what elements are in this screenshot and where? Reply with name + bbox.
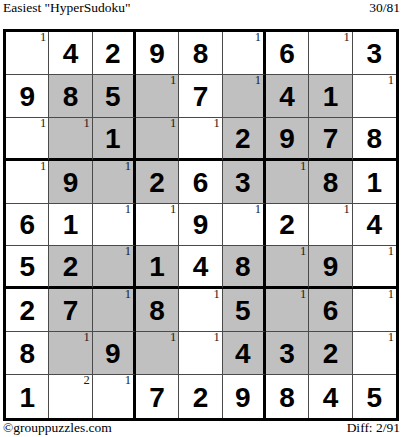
given-digit: 7 bbox=[149, 384, 165, 412]
pencil-mark: 1 bbox=[388, 330, 394, 344]
pencil-mark: 1 bbox=[343, 30, 349, 44]
cell-r9c6[interactable]: 9 bbox=[223, 375, 266, 418]
cell-r8c4[interactable]: 1 bbox=[136, 332, 179, 375]
given-digit: 8 bbox=[19, 340, 35, 368]
given-digit: 7 bbox=[323, 125, 339, 153]
pencil-mark: 1 bbox=[213, 330, 219, 344]
cell-r8c3[interactable]: 9 bbox=[93, 332, 136, 375]
cell-r1c2[interactable]: 4 bbox=[49, 32, 92, 75]
cell-r5c6[interactable]: 1 bbox=[223, 204, 266, 247]
cell-r3c2[interactable]: 1 bbox=[49, 118, 92, 161]
difficulty-label: Diff: 2/91 bbox=[347, 421, 400, 435]
cell-r2c9[interactable]: 1 bbox=[353, 75, 396, 118]
given-digit: 3 bbox=[235, 169, 251, 197]
pencil-mark: 1 bbox=[213, 287, 219, 301]
pencil-mark: 1 bbox=[125, 244, 131, 258]
cell-r4c8[interactable]: 8 bbox=[309, 161, 352, 204]
cell-r5c1[interactable]: 6 bbox=[6, 204, 49, 247]
cell-r1c3[interactable]: 2 bbox=[93, 32, 136, 75]
pencil-mark: 1 bbox=[83, 330, 89, 344]
given-digit: 1 bbox=[19, 384, 35, 412]
pencil-mark: 1 bbox=[83, 116, 89, 130]
cell-r8c2[interactable]: 1 bbox=[49, 332, 92, 375]
site-name: grouppuzzles.com bbox=[13, 420, 112, 435]
cell-r7c4[interactable]: 8 bbox=[136, 289, 179, 332]
pencil-mark: 1 bbox=[170, 330, 176, 344]
given-digit: 5 bbox=[367, 384, 383, 412]
cell-r8c1[interactable]: 8 bbox=[6, 332, 49, 375]
given-digit: 1 bbox=[63, 211, 79, 239]
cell-r8c6[interactable]: 4 bbox=[223, 332, 266, 375]
cell-r6c5[interactable]: 4 bbox=[179, 246, 222, 289]
cell-r9c8[interactable]: 4 bbox=[309, 375, 352, 418]
given-digit: 1 bbox=[149, 253, 165, 281]
sudoku-board: 1429816139851714111111129781912631816111… bbox=[3, 29, 399, 421]
cell-r9c2[interactable]: 2 bbox=[49, 375, 92, 418]
given-digit: 6 bbox=[323, 297, 339, 325]
given-digit: 4 bbox=[63, 40, 79, 68]
cell-r7c1[interactable]: 2 bbox=[6, 289, 49, 332]
cell-r9c1[interactable]: 1 bbox=[6, 375, 49, 418]
cell-r5c4[interactable]: 1 bbox=[136, 204, 179, 247]
given-digit: 9 bbox=[63, 169, 79, 197]
cell-r7c3[interactable]: 1 bbox=[93, 289, 136, 332]
cell-r4c3[interactable]: 1 bbox=[93, 161, 136, 204]
pencil-mark: 1 bbox=[125, 287, 131, 301]
cell-r7c8[interactable]: 6 bbox=[309, 289, 352, 332]
given-digit: 4 bbox=[323, 384, 339, 412]
given-digit: 4 bbox=[193, 253, 209, 281]
given-digit: 5 bbox=[235, 297, 251, 325]
given-digit: 4 bbox=[279, 83, 295, 111]
pencil-mark: 1 bbox=[300, 159, 306, 173]
given-digit: 9 bbox=[193, 211, 209, 239]
given-digit: 8 bbox=[235, 253, 251, 281]
cell-r2c3[interactable]: 5 bbox=[93, 75, 136, 118]
cell-r8c8[interactable]: 2 bbox=[309, 332, 352, 375]
cell-r4c1[interactable]: 1 bbox=[6, 161, 49, 204]
given-digit: 7 bbox=[63, 297, 79, 325]
pencil-mark: 1 bbox=[255, 30, 261, 44]
cell-r5c3[interactable]: 1 bbox=[93, 204, 136, 247]
cell-r6c3[interactable]: 1 bbox=[93, 246, 136, 289]
cell-r7c5[interactable]: 1 bbox=[179, 289, 222, 332]
cell-r4c9[interactable]: 1 bbox=[353, 161, 396, 204]
given-digit: 8 bbox=[323, 169, 339, 197]
cell-r3c9[interactable]: 8 bbox=[353, 118, 396, 161]
pencil-mark: 1 bbox=[170, 73, 176, 87]
cell-r1c4[interactable]: 9 bbox=[136, 32, 179, 75]
pencil-mark: 1 bbox=[40, 30, 46, 44]
pencil-mark: 1 bbox=[300, 244, 306, 258]
cell-r4c7[interactable]: 1 bbox=[266, 161, 309, 204]
given-digit: 3 bbox=[279, 340, 295, 368]
given-digit: 1 bbox=[323, 83, 339, 111]
given-digit: 5 bbox=[19, 253, 35, 281]
given-digit: 6 bbox=[193, 169, 209, 197]
cell-r6c6[interactable]: 8 bbox=[223, 246, 266, 289]
pencil-mark: 1 bbox=[40, 159, 46, 173]
given-digit: 8 bbox=[279, 384, 295, 412]
pencil-mark: 1 bbox=[388, 287, 394, 301]
cell-r4c5[interactable]: 6 bbox=[179, 161, 222, 204]
cell-r2c8[interactable]: 1 bbox=[309, 75, 352, 118]
given-digit: 9 bbox=[105, 340, 121, 368]
cell-r3c7[interactable]: 9 bbox=[266, 118, 309, 161]
given-digit: 2 bbox=[235, 125, 251, 153]
cell-r6c2[interactable]: 2 bbox=[49, 246, 92, 289]
given-digit: 2 bbox=[149, 169, 165, 197]
cell-r3c4[interactable]: 1 bbox=[136, 118, 179, 161]
pencil-mark: 1 bbox=[125, 159, 131, 173]
cell-r5c5[interactable]: 9 bbox=[179, 204, 222, 247]
copyright-icon: © bbox=[3, 420, 13, 435]
cell-r5c2[interactable]: 1 bbox=[49, 204, 92, 247]
cell-r5c7[interactable]: 2 bbox=[266, 204, 309, 247]
cell-r4c2[interactable]: 9 bbox=[49, 161, 92, 204]
given-digit: 7 bbox=[193, 83, 209, 111]
pencil-mark: 1 bbox=[125, 202, 131, 216]
cell-r2c1[interactable]: 9 bbox=[6, 75, 49, 118]
cell-r8c9[interactable]: 1 bbox=[353, 332, 396, 375]
cell-r2c5[interactable]: 7 bbox=[179, 75, 222, 118]
cell-r3c3[interactable]: 1 bbox=[93, 118, 136, 161]
pencil-mark: 2 bbox=[83, 373, 89, 387]
cell-r1c6[interactable]: 1 bbox=[223, 32, 266, 75]
given-digit: 9 bbox=[323, 253, 339, 281]
cells-remaining-counter: 30/81 bbox=[369, 1, 400, 15]
given-digit: 9 bbox=[279, 125, 295, 153]
given-digit: 9 bbox=[19, 83, 35, 111]
cell-r9c7[interactable]: 8 bbox=[266, 375, 309, 418]
cell-r6c9[interactable]: 1 bbox=[353, 246, 396, 289]
cell-r6c7[interactable]: 1 bbox=[266, 246, 309, 289]
cell-r2c2[interactable]: 8 bbox=[49, 75, 92, 118]
pencil-mark: 1 bbox=[170, 202, 176, 216]
cell-r5c8[interactable]: 1 bbox=[309, 204, 352, 247]
given-digit: 3 bbox=[367, 40, 383, 68]
pencil-mark: 1 bbox=[170, 116, 176, 130]
given-digit: 9 bbox=[149, 40, 165, 68]
given-digit: 2 bbox=[193, 384, 209, 412]
cell-r1c8[interactable]: 1 bbox=[309, 32, 352, 75]
cell-r9c9[interactable]: 5 bbox=[353, 375, 396, 418]
pencil-mark: 1 bbox=[125, 373, 131, 387]
cell-r8c7[interactable]: 3 bbox=[266, 332, 309, 375]
cell-r1c1[interactable]: 1 bbox=[6, 32, 49, 75]
given-digit: 2 bbox=[63, 253, 79, 281]
cell-r7c6[interactable]: 5 bbox=[223, 289, 266, 332]
cell-r1c7[interactable]: 6 bbox=[266, 32, 309, 75]
pencil-mark: 1 bbox=[40, 116, 46, 130]
cell-r1c5[interactable]: 8 bbox=[179, 32, 222, 75]
given-digit: 8 bbox=[63, 83, 79, 111]
given-digit: 2 bbox=[105, 40, 121, 68]
given-digit: 4 bbox=[367, 211, 383, 239]
given-digit: 8 bbox=[193, 40, 209, 68]
given-digit: 9 bbox=[235, 384, 251, 412]
pencil-mark: 1 bbox=[343, 202, 349, 216]
given-digit: 8 bbox=[367, 125, 383, 153]
cell-r6c4[interactable]: 1 bbox=[136, 246, 179, 289]
cell-r9c4[interactable]: 7 bbox=[136, 375, 179, 418]
cell-r9c5[interactable]: 2 bbox=[179, 375, 222, 418]
footer: ©grouppuzzles.com Diff: 2/91 bbox=[3, 421, 400, 435]
cell-r1c9[interactable]: 3 bbox=[353, 32, 396, 75]
cell-r6c1[interactable]: 5 bbox=[6, 246, 49, 289]
given-digit: 2 bbox=[19, 297, 35, 325]
pencil-mark: 1 bbox=[255, 73, 261, 87]
cell-r2c4[interactable]: 1 bbox=[136, 75, 179, 118]
cell-r7c7[interactable]: 1 bbox=[266, 289, 309, 332]
pencil-mark: 1 bbox=[213, 116, 219, 130]
cell-r4c4[interactable]: 2 bbox=[136, 161, 179, 204]
cell-r7c9[interactable]: 1 bbox=[353, 289, 396, 332]
cell-r3c6[interactable]: 2 bbox=[223, 118, 266, 161]
given-digit: 6 bbox=[19, 211, 35, 239]
given-digit: 8 bbox=[149, 297, 165, 325]
given-digit: 2 bbox=[279, 211, 295, 239]
pencil-mark: 1 bbox=[300, 287, 306, 301]
pencil-mark: 1 bbox=[255, 202, 261, 216]
cell-r6c8[interactable]: 9 bbox=[309, 246, 352, 289]
cell-r3c8[interactable]: 7 bbox=[309, 118, 352, 161]
cell-r8c5[interactable]: 1 bbox=[179, 332, 222, 375]
cell-r4c6[interactable]: 3 bbox=[223, 161, 266, 204]
given-digit: 5 bbox=[105, 83, 121, 111]
cell-r2c6[interactable]: 1 bbox=[223, 75, 266, 118]
given-digit: 6 bbox=[279, 40, 295, 68]
given-digit: 1 bbox=[367, 169, 383, 197]
puzzle-title: Easiest "HyperSudoku" bbox=[3, 1, 131, 15]
cell-r3c5[interactable]: 1 bbox=[179, 118, 222, 161]
cell-r2c7[interactable]: 4 bbox=[266, 75, 309, 118]
cell-r5c9[interactable]: 4 bbox=[353, 204, 396, 247]
given-digit: 1 bbox=[105, 125, 121, 153]
cell-r3c1[interactable]: 1 bbox=[6, 118, 49, 161]
copyright-line: ©grouppuzzles.com bbox=[3, 421, 112, 435]
cell-r9c3[interactable]: 1 bbox=[93, 375, 136, 418]
puzzle-page: Easiest "HyperSudoku" 30/81 142981613985… bbox=[0, 0, 402, 437]
header: Easiest "HyperSudoku" 30/81 bbox=[3, 1, 400, 15]
pencil-mark: 1 bbox=[388, 73, 394, 87]
given-digit: 2 bbox=[323, 340, 339, 368]
cell-r7c2[interactable]: 7 bbox=[49, 289, 92, 332]
pencil-mark: 1 bbox=[388, 244, 394, 258]
given-digit: 4 bbox=[235, 340, 251, 368]
